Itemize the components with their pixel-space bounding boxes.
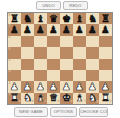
square-h4[interactable] [99,59,112,70]
black-pawn-piece[interactable]: ♟ [10,25,19,35]
white-knight-piece[interactable]: ♞ [88,93,97,103]
square-b4[interactable] [21,59,34,70]
white-pawn-piece[interactable]: ♟ [23,81,32,91]
rank-label-3: 3 [9,70,11,74]
white-pawn-piece[interactable]: ♟ [75,81,84,91]
new-game-button[interactable]: New Game [14,107,48,117]
square-f1[interactable]: f♝ [73,93,86,104]
square-f4[interactable] [73,59,86,70]
square-h6[interactable] [99,36,112,47]
options-button[interactable]: Options [50,107,77,117]
square-b5[interactable] [21,47,34,58]
square-g1[interactable]: g♞ [86,93,99,104]
rank-label-5: 5 [9,48,11,52]
square-b7[interactable]: ♟ [21,24,34,35]
square-c7[interactable]: ♟ [34,24,47,35]
black-pawn-piece[interactable]: ♟ [75,25,84,35]
square-h1[interactable]: h♜ [99,93,112,104]
black-knight-piece[interactable]: ♞ [23,13,32,23]
square-d7[interactable]: ♟ [47,24,60,35]
black-pawn-piece[interactable]: ♟ [101,25,110,35]
rank-label-6: 6 [9,36,11,40]
redo-button[interactable]: Redo [63,1,88,10]
black-rook-piece[interactable]: ♜ [101,13,110,23]
white-pawn-piece[interactable]: ♟ [36,81,45,91]
white-pawn-piece[interactable]: ♟ [101,81,110,91]
white-rook-piece[interactable]: ♜ [101,93,110,103]
square-g5[interactable] [86,47,99,58]
square-b1[interactable]: b♞ [21,93,34,104]
square-h5[interactable] [99,47,112,58]
square-d5[interactable] [47,47,60,58]
white-pawn-piece[interactable]: ♟ [49,81,58,91]
square-f6[interactable] [73,36,86,47]
square-a1[interactable]: 1a♜ [8,93,21,104]
black-king-piece[interactable]: ♚ [62,13,71,23]
square-c5[interactable] [34,47,47,58]
square-b6[interactable] [21,36,34,47]
square-a7[interactable]: 7♟ [8,24,21,35]
black-pawn-piece[interactable]: ♟ [23,25,32,35]
white-pawn-piece[interactable]: ♟ [62,81,71,91]
square-d1[interactable]: d♛ [47,93,60,104]
choose-color-button[interactable]: Choose Color [79,107,108,117]
square-e7[interactable]: ♟ [60,24,73,35]
square-e5[interactable] [60,47,73,58]
square-e6[interactable] [60,36,73,47]
black-knight-piece[interactable]: ♞ [88,13,97,23]
square-a6[interactable]: 6 [8,36,21,47]
top-button-bar: Undo Redo [36,1,88,10]
black-pawn-piece[interactable]: ♟ [88,25,97,35]
chess-board[interactable]: 8♜♞♝♛♚♝♞♜7♟♟♟♟♟♟♟♟65432♟♟♟♟♟♟♟♟1a♜b♞c♝d♛… [7,12,113,105]
square-g4[interactable] [86,59,99,70]
rank-label-4: 4 [9,59,11,63]
square-d6[interactable] [47,36,60,47]
bottom-button-bar: New Game Options Choose Color [14,107,108,117]
white-bishop-piece[interactable]: ♝ [36,93,45,103]
black-rook-piece[interactable]: ♜ [10,13,19,23]
square-e1[interactable]: e♚ [60,93,73,104]
black-pawn-piece[interactable]: ♟ [36,25,45,35]
square-e4[interactable] [60,59,73,70]
white-queen-piece[interactable]: ♛ [49,93,58,103]
undo-button[interactable]: Undo [36,1,61,10]
square-f5[interactable] [73,47,86,58]
black-pawn-piece[interactable]: ♟ [62,25,71,35]
black-bishop-piece[interactable]: ♝ [75,13,84,23]
white-king-piece[interactable]: ♚ [62,93,71,103]
white-knight-piece[interactable]: ♞ [23,93,32,103]
black-queen-piece[interactable]: ♛ [49,13,58,23]
square-h7[interactable]: ♟ [99,24,112,35]
square-c1[interactable]: c♝ [34,93,47,104]
square-c6[interactable] [34,36,47,47]
black-pawn-piece[interactable]: ♟ [49,25,58,35]
square-g7[interactable]: ♟ [86,24,99,35]
square-d4[interactable] [47,59,60,70]
square-g6[interactable] [86,36,99,47]
square-a5[interactable]: 5 [8,47,21,58]
white-bishop-piece[interactable]: ♝ [75,93,84,103]
black-bishop-piece[interactable]: ♝ [36,13,45,23]
white-rook-piece[interactable]: ♜ [10,93,19,103]
square-a4[interactable]: 4 [8,59,21,70]
white-pawn-piece[interactable]: ♟ [88,81,97,91]
white-pawn-piece[interactable]: ♟ [10,81,19,91]
square-f7[interactable]: ♟ [73,24,86,35]
square-c4[interactable] [34,59,47,70]
